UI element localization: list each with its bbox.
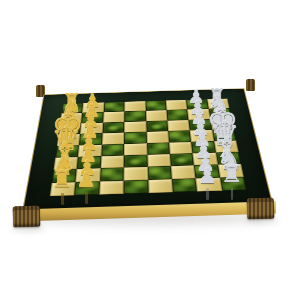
board-grid <box>50 98 247 196</box>
square-gold <box>146 131 169 143</box>
square-green <box>189 119 212 130</box>
square-gold <box>124 143 147 155</box>
square-green <box>172 178 198 192</box>
square-green <box>100 167 124 181</box>
square-green <box>102 121 124 132</box>
square-gold <box>99 180 124 194</box>
square-green <box>77 156 101 169</box>
square-green <box>59 123 82 134</box>
square-gold <box>124 101 145 111</box>
photo-stage: ♜♟♟♜♞♟♟♞♝♟♟♝♚♟♟♚♛♟♟♛♝♟♟♝♞♟♟♞♜♟♟♜ <box>0 0 290 290</box>
square-green <box>81 112 103 123</box>
square-green <box>124 131 146 143</box>
piece-reflection <box>61 193 64 205</box>
square-gold <box>54 156 79 169</box>
square-gold <box>76 168 101 182</box>
square-gold <box>124 166 148 180</box>
square-gold <box>124 121 146 132</box>
square-green <box>61 103 83 114</box>
square-gold <box>193 152 218 165</box>
square-green <box>220 176 247 190</box>
square-gold <box>207 98 230 108</box>
square-gold <box>190 129 214 141</box>
square-gold <box>148 178 173 192</box>
square-green <box>216 151 241 164</box>
square-green <box>146 120 168 131</box>
square-green <box>194 164 220 177</box>
square-green <box>124 154 147 167</box>
square-green <box>103 101 124 111</box>
square-gold <box>147 154 171 167</box>
square-gold <box>102 132 124 144</box>
square-gold <box>167 119 190 130</box>
square-gold <box>169 141 193 153</box>
square-green <box>208 108 231 119</box>
square-green <box>166 109 188 120</box>
piece-reflection <box>85 192 88 204</box>
rear-foot-right <box>246 79 255 91</box>
square-gold <box>214 140 239 152</box>
square-green <box>79 133 102 145</box>
front-foot-right <box>247 198 275 220</box>
square-green <box>124 179 149 193</box>
square-green <box>101 143 124 155</box>
square-gold <box>187 109 210 120</box>
square-green <box>168 130 191 142</box>
square-green <box>145 100 166 110</box>
square-gold <box>78 144 102 156</box>
square-gold <box>80 122 102 133</box>
square-green <box>124 110 145 121</box>
square-green <box>147 166 171 180</box>
square-green <box>52 169 77 183</box>
square-green <box>191 140 215 152</box>
square-gold <box>210 118 234 129</box>
square-gold <box>171 165 196 179</box>
square-green <box>212 129 236 141</box>
square-gold <box>100 155 124 168</box>
square-gold <box>103 111 125 122</box>
square-gold <box>60 112 82 123</box>
piece-reflection <box>231 188 234 200</box>
square-gold <box>166 99 188 109</box>
square-green <box>55 145 79 157</box>
square-green <box>170 153 194 166</box>
square-green <box>186 99 208 109</box>
square-gold <box>82 102 104 113</box>
square-gold <box>145 110 167 121</box>
square-gold <box>57 133 80 145</box>
piece-reflection <box>206 188 209 200</box>
chess-board <box>22 88 273 210</box>
square-green <box>147 142 170 154</box>
square-gold <box>218 163 244 176</box>
front-foot-left <box>13 206 41 228</box>
